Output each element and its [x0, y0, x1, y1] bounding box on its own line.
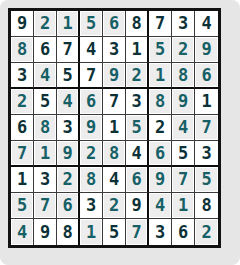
sudoku-cell[interactable]: 1: [172, 193, 195, 219]
sudoku-cell[interactable]: 2: [126, 63, 149, 89]
sudoku-cell[interactable]: 9: [80, 115, 103, 141]
sudoku-cell[interactable]: 8: [126, 11, 149, 37]
sudoku-cell[interactable]: 5: [80, 11, 103, 37]
sudoku-cell[interactable]: 1: [103, 115, 126, 141]
sudoku-cell[interactable]: 1: [149, 63, 172, 89]
sudoku-cell[interactable]: 9: [126, 193, 149, 219]
sudoku-cell[interactable]: 9: [34, 219, 57, 245]
sudoku-cell[interactable]: 4: [57, 89, 80, 115]
sudoku-cell[interactable]: 8: [195, 193, 218, 219]
sudoku-cell[interactable]: 4: [149, 193, 172, 219]
sudoku-cell[interactable]: 4: [80, 37, 103, 63]
sudoku-cell[interactable]: 3: [149, 219, 172, 245]
sudoku-cell[interactable]: 4: [11, 219, 34, 245]
sudoku-cell[interactable]: 1: [80, 219, 103, 245]
sudoku-cell[interactable]: 2: [103, 193, 126, 219]
sudoku-cell[interactable]: 9: [149, 167, 172, 193]
sudoku-cell[interactable]: 9: [195, 37, 218, 63]
sudoku-cell[interactable]: 8: [57, 219, 80, 245]
sudoku-cell[interactable]: 6: [80, 89, 103, 115]
sudoku-cell[interactable]: 3: [172, 11, 195, 37]
sudoku-cell[interactable]: 7: [172, 167, 195, 193]
sudoku-cell[interactable]: 7: [126, 219, 149, 245]
sudoku-cell[interactable]: 2: [149, 115, 172, 141]
sudoku-cell[interactable]: 5: [103, 219, 126, 245]
sudoku-cell[interactable]: 7: [34, 193, 57, 219]
sudoku-cell[interactable]: 6: [11, 115, 34, 141]
sudoku-cell[interactable]: 6: [57, 193, 80, 219]
sudoku-cell[interactable]: 2: [195, 219, 218, 245]
sudoku-cell[interactable]: 4: [103, 167, 126, 193]
sudoku-cell[interactable]: 2: [57, 167, 80, 193]
sudoku-cell[interactable]: 8: [34, 115, 57, 141]
sudoku-cell[interactable]: 1: [57, 11, 80, 37]
sudoku-cell[interactable]: 8: [172, 63, 195, 89]
sudoku-cell[interactable]: 7: [103, 89, 126, 115]
sudoku-cell[interactable]: 6: [149, 141, 172, 167]
sudoku-cell[interactable]: 5: [34, 89, 57, 115]
sudoku-cell[interactable]: 2: [34, 11, 57, 37]
sudoku-cell[interactable]: 8: [11, 37, 34, 63]
sudoku-cell[interactable]: 6: [172, 219, 195, 245]
sudoku-cell[interactable]: 3: [126, 89, 149, 115]
sudoku-cell[interactable]: 6: [34, 37, 57, 63]
sudoku-cell[interactable]: 5: [11, 193, 34, 219]
sudoku-cell[interactable]: 7: [80, 63, 103, 89]
sudoku-cell[interactable]: 4: [172, 115, 195, 141]
sudoku-cell[interactable]: 1: [11, 167, 34, 193]
sudoku-cell[interactable]: 6: [195, 63, 218, 89]
sudoku-cell[interactable]: 5: [57, 63, 80, 89]
sudoku-cell[interactable]: 3: [80, 193, 103, 219]
sudoku-cell[interactable]: 3: [34, 167, 57, 193]
sudoku-cell[interactable]: 1: [195, 89, 218, 115]
sudoku-cell[interactable]: 1: [126, 37, 149, 63]
sudoku-cell[interactable]: 8: [103, 141, 126, 167]
sudoku-cell[interactable]: 4: [126, 141, 149, 167]
sudoku-cell[interactable]: 7: [57, 37, 80, 63]
sudoku-cell[interactable]: 6: [126, 167, 149, 193]
page-background: 9215687348674315293457921862546738916839…: [0, 0, 240, 265]
sudoku-cell[interactable]: 3: [195, 141, 218, 167]
sudoku-cell[interactable]: 4: [195, 11, 218, 37]
sudoku-cell[interactable]: 9: [11, 11, 34, 37]
sudoku-cell[interactable]: 7: [195, 115, 218, 141]
sudoku-cell[interactable]: 3: [11, 63, 34, 89]
sudoku-cell[interactable]: 2: [172, 37, 195, 63]
sudoku-cell[interactable]: 9: [172, 89, 195, 115]
sudoku-cell[interactable]: 9: [103, 63, 126, 89]
sudoku-cell[interactable]: 7: [11, 141, 34, 167]
sudoku-cell[interactable]: 1: [34, 141, 57, 167]
sudoku-cell[interactable]: 9: [57, 141, 80, 167]
sudoku-cell[interactable]: 8: [149, 89, 172, 115]
sudoku-cell[interactable]: 8: [80, 167, 103, 193]
sudoku-cell[interactable]: 3: [57, 115, 80, 141]
sudoku-cell[interactable]: 2: [80, 141, 103, 167]
sudoku-cell[interactable]: 5: [126, 115, 149, 141]
sudoku-board: 9215687348674315293457921862546738916839…: [8, 8, 221, 248]
sudoku-cell[interactable]: 3: [103, 37, 126, 63]
sudoku-cell[interactable]: 5: [149, 37, 172, 63]
sudoku-cell[interactable]: 6: [103, 11, 126, 37]
sudoku-cell[interactable]: 5: [195, 167, 218, 193]
sudoku-cell[interactable]: 2: [11, 89, 34, 115]
sudoku-cell[interactable]: 7: [149, 11, 172, 37]
sudoku-cell[interactable]: 4: [34, 63, 57, 89]
sudoku-cell[interactable]: 5: [172, 141, 195, 167]
